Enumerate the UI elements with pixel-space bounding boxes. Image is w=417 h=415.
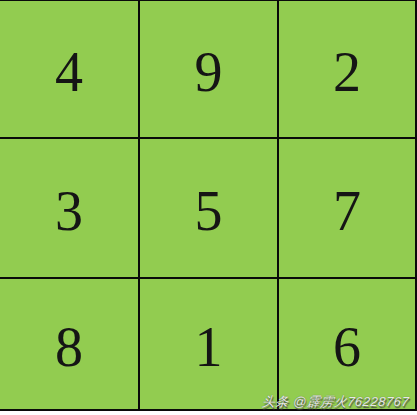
cell-value-r1c3: 2 — [333, 44, 361, 100]
cell-value-r1c2: 9 — [195, 44, 223, 100]
cell-value-r2c2: 5 — [195, 183, 223, 239]
cell-r3c3: 6 — [277, 277, 415, 409]
toutiao-watermark: 头条 @霹雳火76228767 — [261, 393, 410, 411]
cell-value-r3c2: 1 — [195, 319, 223, 375]
cell-r2c3: 7 — [277, 137, 415, 277]
cell-r1c3: 2 — [277, 1, 415, 137]
cell-value-r3c3: 6 — [333, 319, 361, 375]
cell-r2c2: 5 — [138, 137, 277, 277]
cell-value-r3c1: 8 — [55, 319, 83, 375]
cell-r1c1: 4 — [0, 1, 138, 137]
cell-value-r2c3: 7 — [333, 183, 361, 239]
magic-square-board: 4 9 2 3 5 7 8 1 6 — [0, 0, 417, 411]
magic-square-diagram: 4 9 2 3 5 7 8 1 6 头条 @霹雳火76228767 — [0, 0, 417, 415]
cell-r2c1: 3 — [0, 137, 138, 277]
cell-value-r1c1: 4 — [55, 44, 83, 100]
cell-r3c2: 1 — [138, 277, 277, 409]
cell-r1c2: 9 — [138, 1, 277, 137]
cell-value-r2c1: 3 — [55, 183, 83, 239]
cell-r3c1: 8 — [0, 277, 138, 409]
